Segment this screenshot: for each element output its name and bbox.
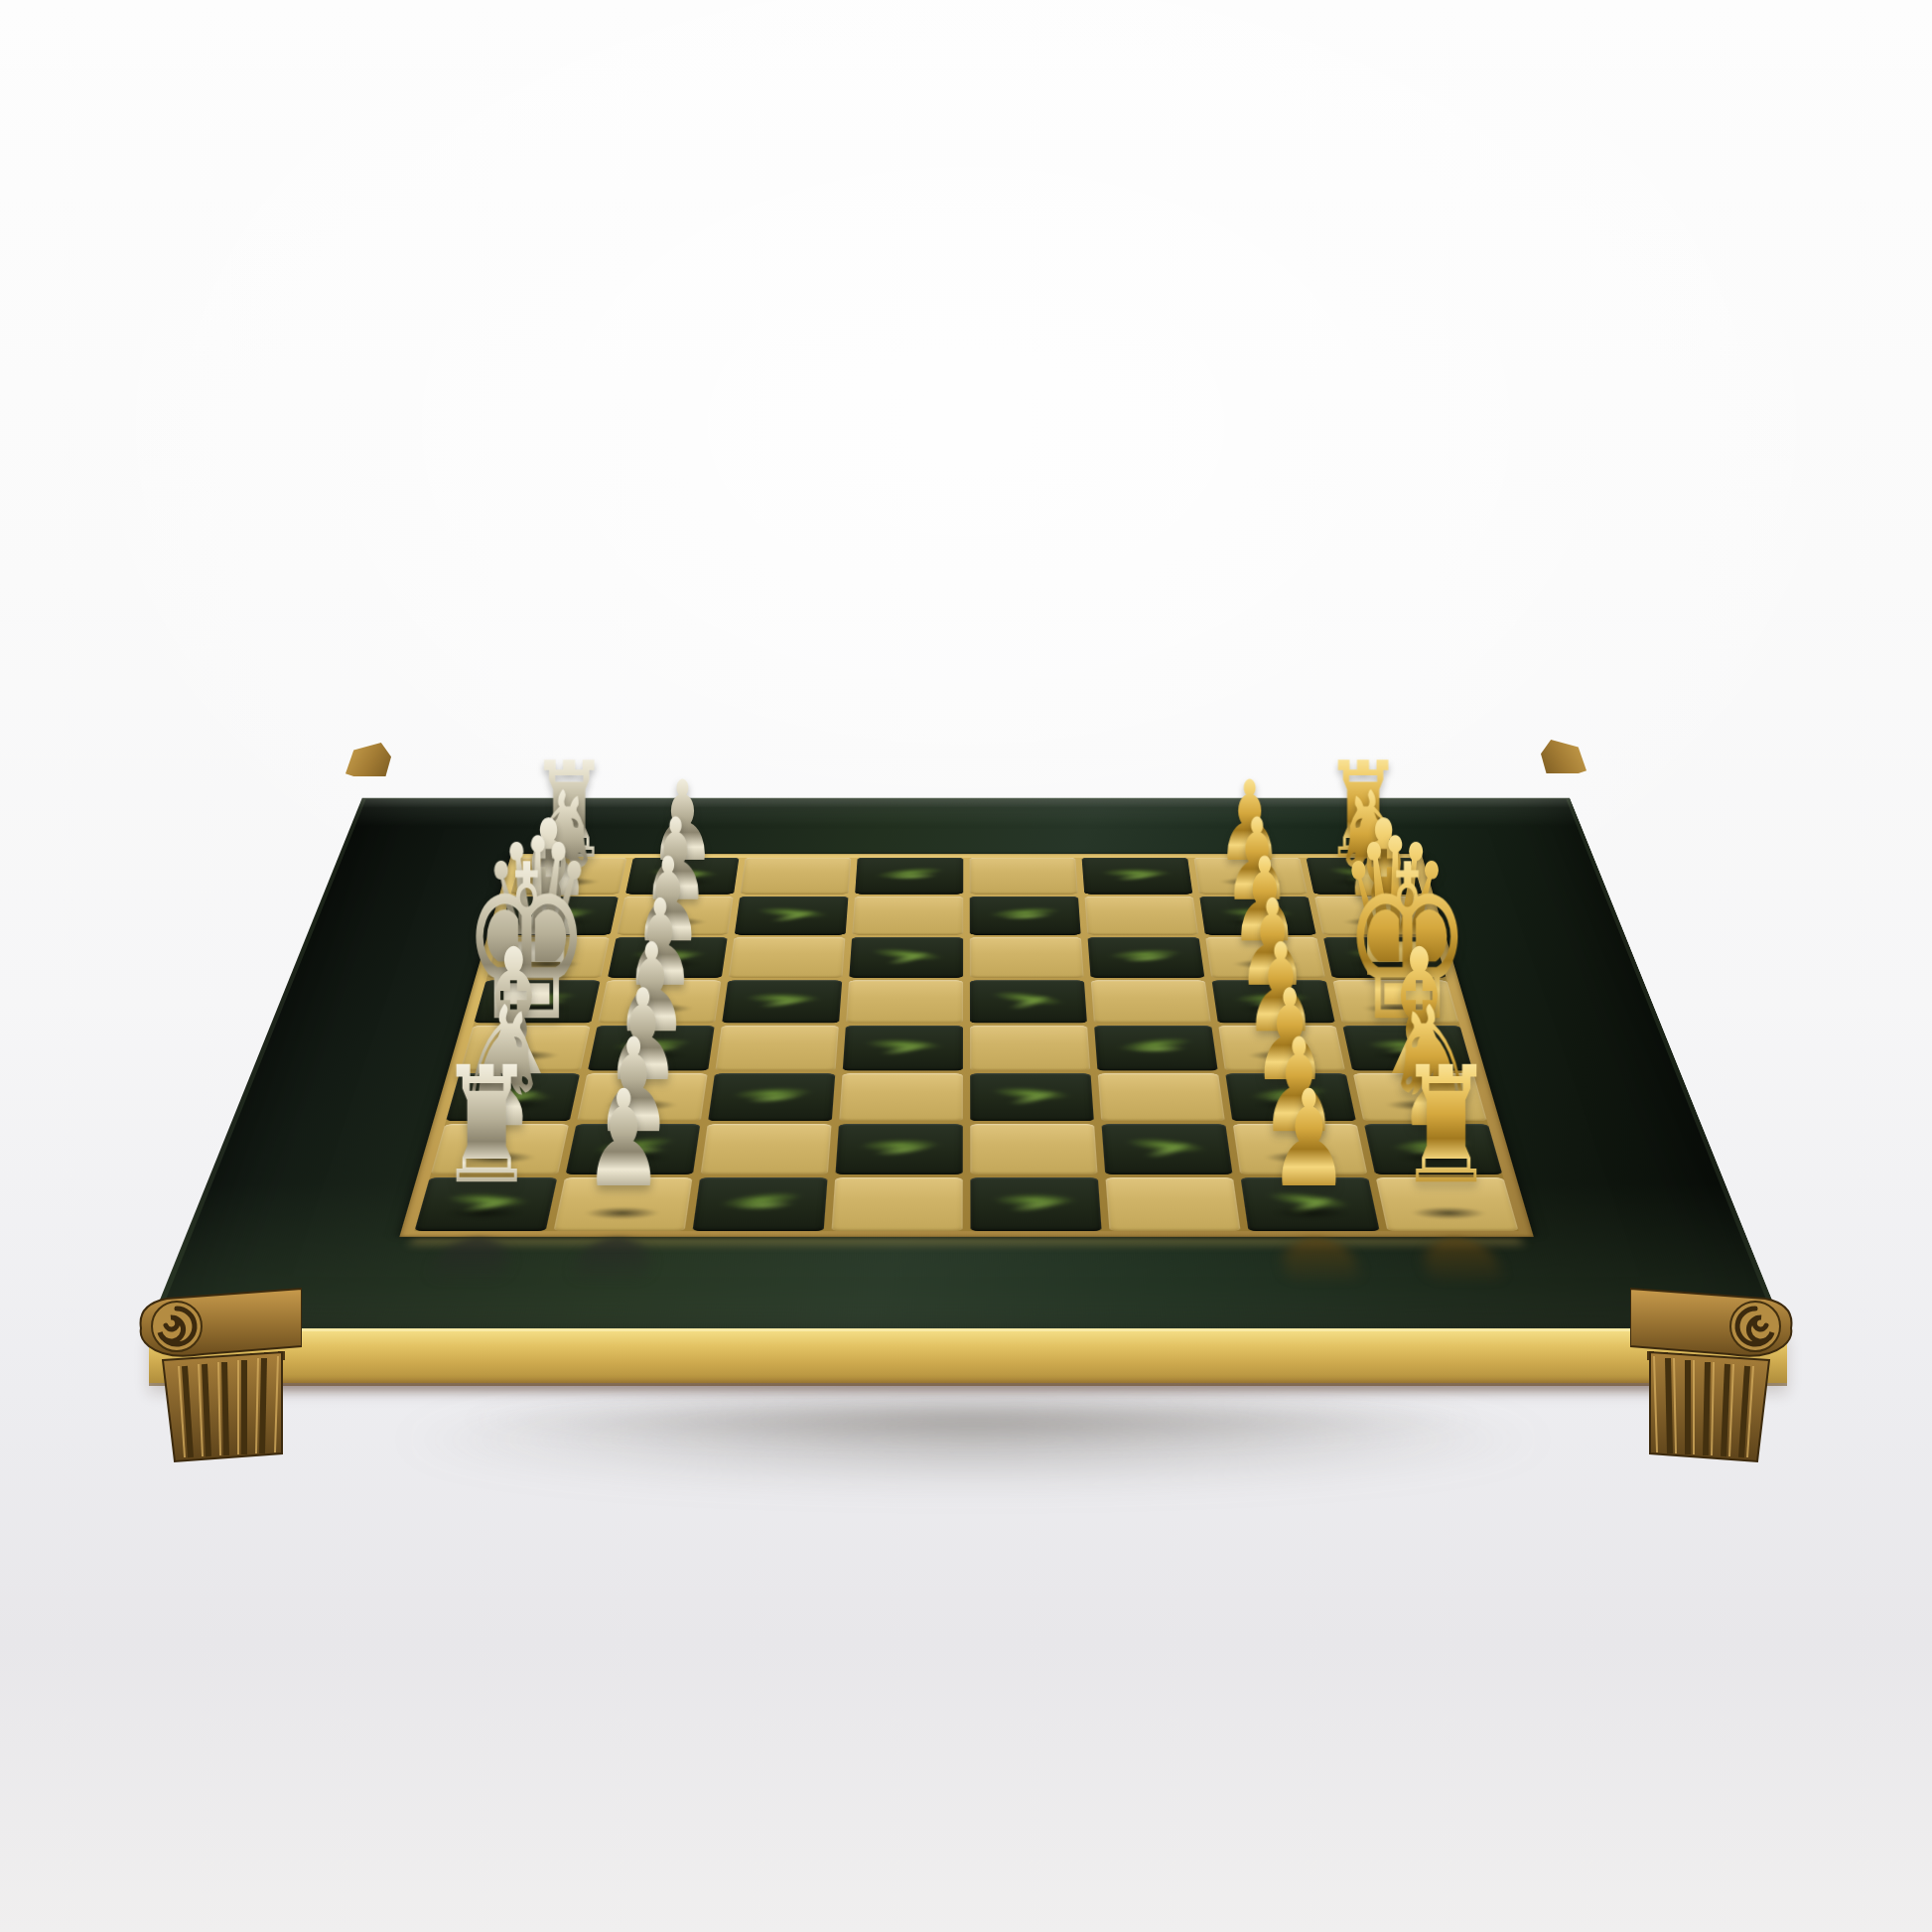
board-foot-front-left	[133, 1283, 302, 1466]
rook-figure: ♜	[1304, 906, 1588, 1202]
piece-contact-shadow	[573, 1205, 672, 1221]
square-d6[interactable]	[849, 937, 963, 978]
square-d2[interactable]	[835, 1124, 962, 1174]
square-d7[interactable]	[852, 897, 963, 935]
board-foot-front-right	[1630, 1283, 1799, 1466]
square-d3[interactable]	[839, 1073, 963, 1121]
chess-board: ♜♟♟♜♞♟♟♞♝♟♟♝♛♟♟♛♚♟♟♚♝♟♟♝♞♟♟♞♜♟♟♜	[148, 798, 1785, 1331]
piece-contact-shadow	[434, 1205, 534, 1221]
front-edge-shadow	[238, 1382, 1698, 1396]
piece-contact-shadow	[1262, 1205, 1361, 1221]
square-d4[interactable]	[843, 1026, 963, 1070]
rook-glyph: ♜	[1398, 1050, 1494, 1203]
square-e1[interactable]	[970, 1177, 1101, 1231]
square-e4[interactable]	[970, 1026, 1090, 1070]
square-d5[interactable]	[846, 980, 963, 1023]
piece-contact-shadow	[1399, 1205, 1499, 1221]
chess-scene: ♜♟♟♜♞♟♟♞♝♟♟♝♛♟♟♛♚♟♟♚♝♟♟♝♞♟♟♞♜♟♟♜	[271, 330, 1661, 1720]
pawn-glyph: ♟	[584, 1075, 664, 1202]
frame-reflection	[408, 1239, 1524, 1252]
board-front-edge	[149, 1328, 1787, 1383]
studio-photo-background: ♜♟♟♜♞♟♟♞♝♟♟♝♛♟♟♛♚♟♟♚♝♟♟♝♞♟♟♞♜♟♟♜	[0, 0, 1932, 1932]
square-e3[interactable]	[970, 1073, 1094, 1121]
square-e5[interactable]	[970, 980, 1087, 1023]
square-d8[interactable]	[855, 858, 963, 895]
square-e8[interactable]	[970, 858, 1078, 895]
pawn-figure: ♟	[482, 906, 766, 1202]
square-e6[interactable]	[970, 937, 1084, 978]
square-d1[interactable]	[831, 1177, 962, 1231]
square-e7[interactable]	[970, 897, 1081, 935]
square-e2[interactable]	[970, 1124, 1097, 1174]
